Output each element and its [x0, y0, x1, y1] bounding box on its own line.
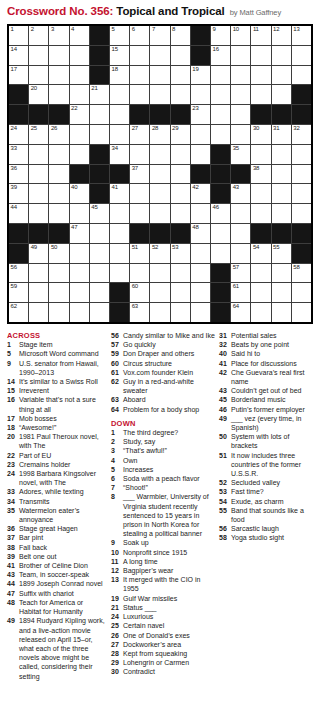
- white-cell[interactable]: [70, 85, 89, 104]
- black-cell: [272, 105, 291, 124]
- white-cell[interactable]: [231, 85, 250, 104]
- clue-number: 43: [219, 386, 231, 395]
- white-cell[interactable]: [251, 66, 270, 85]
- white-cell[interactable]: [49, 204, 68, 223]
- clue-item-down-26: 26One of Donald’s exes: [111, 631, 215, 640]
- white-cell[interactable]: [110, 125, 129, 144]
- white-cell[interactable]: 19: [191, 66, 210, 85]
- white-cell[interactable]: [171, 46, 190, 65]
- white-cell[interactable]: [231, 224, 250, 243]
- cell-number: 23: [192, 105, 198, 112]
- clue-text: The third degree?: [123, 428, 215, 437]
- white-cell[interactable]: [49, 264, 68, 283]
- white-cell[interactable]: [211, 66, 230, 85]
- white-cell[interactable]: [171, 165, 190, 184]
- clue-text: Irreverent: [19, 386, 107, 395]
- clue-number: 59: [111, 349, 123, 358]
- clue-text: Couldn’t get out of bed: [231, 386, 313, 395]
- cell-number: 5: [112, 26, 115, 33]
- white-cell[interactable]: 63: [130, 303, 149, 322]
- white-cell[interactable]: [150, 46, 169, 65]
- clue-item-down-54: 54Exude, as charm: [219, 497, 313, 506]
- clue-item-across-14: 14It’s similar to a Swiss Roll: [7, 377, 107, 386]
- white-cell[interactable]: 61: [231, 283, 250, 302]
- white-cell[interactable]: 39: [9, 184, 28, 203]
- clue-item-down-51: 51It now includes three countries of the…: [219, 451, 313, 479]
- clue-item-down-28: 28Kept from squeaking: [111, 649, 215, 658]
- clue-text: Status ___: [123, 603, 215, 612]
- white-cell[interactable]: [70, 303, 89, 322]
- white-cell[interactable]: [90, 264, 109, 283]
- white-cell[interactable]: 5: [110, 26, 129, 45]
- cell-number: 9: [213, 26, 216, 33]
- white-cell[interactable]: 37: [130, 165, 149, 184]
- clue-number: 57: [111, 340, 123, 349]
- clue-item-down-11: 11A long time: [111, 557, 215, 566]
- white-cell[interactable]: [70, 66, 89, 85]
- white-cell[interactable]: 40: [70, 184, 89, 203]
- cell-number: 28: [152, 125, 158, 132]
- clue-text: Che Guevara’s real first name: [231, 368, 313, 386]
- cell-number: 34: [112, 145, 118, 152]
- white-cell[interactable]: 46: [211, 204, 230, 223]
- white-cell[interactable]: [49, 165, 68, 184]
- white-cell[interactable]: [251, 184, 270, 203]
- white-cell[interactable]: 11: [251, 26, 270, 45]
- white-cell[interactable]: [70, 244, 89, 263]
- white-cell[interactable]: [191, 145, 210, 164]
- clue-number: 19: [111, 594, 123, 603]
- white-cell[interactable]: [272, 204, 291, 223]
- white-cell[interactable]: [90, 244, 109, 263]
- clue-text: It’s similar to a Swiss Roll: [19, 377, 107, 386]
- white-cell[interactable]: [29, 264, 48, 283]
- white-cell[interactable]: [29, 303, 48, 322]
- white-cell[interactable]: [130, 184, 149, 203]
- clue-item-down-6: 6Soda with a peach flavor: [111, 474, 215, 483]
- clue-item-down-2: 2Study, say: [111, 437, 215, 446]
- black-cell: [150, 105, 169, 124]
- white-cell[interactable]: 15: [110, 46, 129, 65]
- crossword-page: Crossword No. 356: Topical and Tropical …: [0, 0, 320, 681]
- white-cell[interactable]: 8: [171, 26, 190, 45]
- white-cell[interactable]: [49, 283, 68, 302]
- white-cell[interactable]: [150, 204, 169, 223]
- white-cell[interactable]: [191, 125, 210, 144]
- clue-item-across-33: 33Adores, while texting: [7, 487, 107, 496]
- white-cell[interactable]: 9: [211, 26, 230, 45]
- white-cell[interactable]: [150, 85, 169, 104]
- white-cell[interactable]: [292, 303, 311, 322]
- white-cell[interactable]: [130, 145, 149, 164]
- white-cell[interactable]: [171, 303, 190, 322]
- cell-number: 37: [132, 165, 138, 172]
- white-cell[interactable]: 30: [251, 125, 270, 144]
- cell-number: 8: [172, 26, 175, 33]
- black-cell: [211, 283, 230, 302]
- white-cell[interactable]: [130, 66, 149, 85]
- white-cell[interactable]: 48: [191, 224, 210, 243]
- white-cell[interactable]: [272, 85, 291, 104]
- black-cell: [110, 165, 129, 184]
- cell-number: 53: [172, 244, 178, 251]
- clue-text: Part of EU: [19, 451, 107, 460]
- white-cell[interactable]: [292, 283, 311, 302]
- clue-number: 36: [7, 524, 19, 533]
- clue-number: 7: [111, 483, 123, 492]
- white-cell[interactable]: 32: [292, 125, 311, 144]
- cell-number: 4: [71, 26, 74, 33]
- white-cell[interactable]: [49, 66, 68, 85]
- clue-item-across-22: 22Part of EU: [7, 451, 107, 460]
- white-cell[interactable]: [251, 264, 270, 283]
- white-cell[interactable]: [211, 85, 230, 104]
- clue-item-down-12: 12Bagpiper’s wear: [111, 566, 215, 575]
- white-cell[interactable]: [171, 204, 190, 223]
- clue-number: 64: [111, 405, 123, 414]
- white-cell[interactable]: [272, 303, 291, 322]
- clue-number: 43: [7, 570, 19, 579]
- clue-item-across-1: 1Stage item: [7, 340, 107, 349]
- white-cell[interactable]: [70, 46, 89, 65]
- white-cell[interactable]: 43: [231, 184, 250, 203]
- clue-text: Transmits: [19, 497, 107, 506]
- white-cell[interactable]: [150, 165, 169, 184]
- clue-number: 37: [7, 533, 19, 542]
- white-cell[interactable]: 2: [29, 26, 48, 45]
- white-cell[interactable]: [29, 184, 48, 203]
- clue-text: Secluded valley: [231, 478, 313, 487]
- cell-number: 11: [253, 26, 259, 33]
- white-cell[interactable]: 13: [292, 26, 311, 45]
- white-cell[interactable]: 49: [29, 244, 48, 263]
- white-cell[interactable]: 28: [150, 125, 169, 144]
- cell-number: 52: [152, 244, 158, 251]
- white-cell[interactable]: [49, 184, 68, 203]
- clue-number: 34: [7, 497, 19, 506]
- white-cell[interactable]: [49, 145, 68, 164]
- clue-item-down-21: 21Status ___: [111, 603, 215, 612]
- clue-number: 8: [111, 492, 123, 538]
- clue-number: 48: [7, 598, 19, 616]
- white-cell[interactable]: [251, 46, 270, 65]
- cell-number: 38: [253, 165, 259, 172]
- clue-item-across-60: 60Circus structure: [111, 359, 215, 368]
- white-cell[interactable]: [191, 85, 210, 104]
- white-cell[interactable]: [150, 184, 169, 203]
- clue-item-across-34: 34Transmits: [7, 497, 107, 506]
- black-cell: [191, 165, 210, 184]
- clue-number: 31: [219, 331, 231, 340]
- white-cell[interactable]: [171, 184, 190, 203]
- white-cell[interactable]: [29, 283, 48, 302]
- byline: by Matt Gaffney: [230, 8, 281, 17]
- white-cell[interactable]: [70, 204, 89, 223]
- white-cell[interactable]: [272, 46, 291, 65]
- clue-number: 25: [111, 621, 123, 630]
- white-cell[interactable]: [70, 145, 89, 164]
- clue-item-across-57: 57Go quickly: [111, 340, 215, 349]
- white-cell[interactable]: 16: [211, 46, 230, 65]
- clue-item-across-48: 48Teach for America or Habitat for Human…: [7, 598, 107, 616]
- white-cell[interactable]: [130, 204, 149, 223]
- white-cell[interactable]: 1: [9, 26, 28, 45]
- white-cell[interactable]: [292, 46, 311, 65]
- white-cell[interactable]: [29, 145, 48, 164]
- white-cell[interactable]: 27: [130, 125, 149, 144]
- clue-text: Said hi to: [231, 349, 313, 358]
- white-cell[interactable]: [231, 125, 250, 144]
- white-cell[interactable]: 7: [150, 26, 169, 45]
- white-cell[interactable]: [292, 204, 311, 223]
- white-cell[interactable]: [171, 66, 190, 85]
- white-cell[interactable]: [272, 145, 291, 164]
- white-cell[interactable]: 64: [231, 303, 250, 322]
- white-cell[interactable]: [49, 85, 68, 104]
- white-cell[interactable]: [150, 283, 169, 302]
- white-cell[interactable]: [211, 244, 230, 263]
- white-cell[interactable]: [70, 125, 89, 144]
- white-cell[interactable]: [211, 224, 230, 243]
- white-cell[interactable]: 29: [171, 125, 190, 144]
- white-cell[interactable]: 59: [9, 283, 28, 302]
- white-cell[interactable]: [29, 46, 48, 65]
- white-cell[interactable]: [272, 283, 291, 302]
- white-cell[interactable]: [292, 165, 311, 184]
- white-cell[interactable]: [49, 46, 68, 65]
- white-cell[interactable]: 18: [110, 66, 129, 85]
- white-cell[interactable]: [272, 264, 291, 283]
- white-cell[interactable]: 42: [191, 184, 210, 203]
- white-cell[interactable]: 4: [70, 26, 89, 45]
- white-cell[interactable]: [171, 283, 190, 302]
- cell-number: 32: [293, 125, 299, 132]
- white-cell[interactable]: 14: [9, 46, 28, 65]
- clue-number: 44: [7, 579, 19, 588]
- clue-text: Putin’s former employer: [231, 405, 313, 414]
- white-cell[interactable]: [251, 283, 270, 302]
- cell-number: 40: [71, 184, 77, 191]
- black-cell: [29, 224, 48, 243]
- white-cell[interactable]: 24: [9, 125, 28, 144]
- white-cell[interactable]: [191, 204, 210, 223]
- white-cell[interactable]: 47: [70, 224, 89, 243]
- white-cell[interactable]: 21: [90, 85, 109, 104]
- white-cell[interactable]: [150, 264, 169, 283]
- clue-text: Don Draper and others: [123, 349, 215, 358]
- cell-number: 13: [293, 26, 299, 33]
- white-cell[interactable]: 20: [29, 85, 48, 104]
- white-cell[interactable]: [191, 264, 210, 283]
- cell-number: 44: [11, 204, 17, 211]
- white-cell[interactable]: [272, 165, 291, 184]
- clue-number: 9: [111, 538, 123, 547]
- cell-number: 61: [233, 283, 239, 290]
- white-cell[interactable]: [90, 224, 109, 243]
- white-cell[interactable]: [110, 244, 129, 263]
- white-cell[interactable]: 55: [272, 244, 291, 263]
- white-cell[interactable]: 53: [171, 244, 190, 263]
- white-cell[interactable]: [171, 264, 190, 283]
- white-cell[interactable]: [110, 85, 129, 104]
- clue-number: 50: [219, 432, 231, 450]
- white-cell[interactable]: [231, 244, 250, 263]
- white-cell[interactable]: [90, 303, 109, 322]
- white-cell[interactable]: [29, 66, 48, 85]
- white-cell[interactable]: [191, 244, 210, 263]
- white-cell[interactable]: 60: [130, 283, 149, 302]
- white-cell[interactable]: [292, 145, 311, 164]
- clue-item-across-44: 441899 Joseph Conrad novel: [7, 579, 107, 588]
- clue-text: Cremains holder: [19, 460, 107, 469]
- white-cell[interactable]: 57: [231, 264, 250, 283]
- white-cell[interactable]: [70, 283, 89, 302]
- white-cell[interactable]: 41: [110, 184, 129, 203]
- white-cell[interactable]: 62: [9, 303, 28, 322]
- clue-number: 35: [7, 506, 19, 524]
- clue-text: Potential sales: [231, 331, 313, 340]
- white-cell[interactable]: [191, 283, 210, 302]
- clue-text: Aboard: [123, 395, 215, 404]
- clue-item-down-25: 25Certain navel: [111, 621, 215, 630]
- white-cell[interactable]: [231, 66, 250, 85]
- white-cell[interactable]: [110, 224, 129, 243]
- clue-number: 40: [219, 349, 231, 358]
- white-cell[interactable]: [272, 66, 291, 85]
- white-cell[interactable]: [130, 46, 149, 65]
- white-cell[interactable]: [150, 303, 169, 322]
- white-cell[interactable]: 17: [9, 66, 28, 85]
- white-cell[interactable]: [49, 303, 68, 322]
- clue-number: 9: [7, 359, 19, 377]
- white-cell[interactable]: 10: [231, 26, 250, 45]
- clue-number: 28: [111, 649, 123, 658]
- black-cell: [211, 303, 230, 322]
- white-cell[interactable]: 23: [191, 105, 210, 124]
- white-cell[interactable]: [251, 145, 270, 164]
- white-cell[interactable]: 3: [49, 26, 68, 45]
- white-cell[interactable]: [29, 204, 48, 223]
- clue-text: Suffix with chariot: [19, 589, 107, 598]
- cell-number: 3: [51, 26, 54, 33]
- white-cell[interactable]: [90, 125, 109, 144]
- clue-item-across-39: 39Belt one out: [7, 552, 107, 561]
- white-cell[interactable]: [211, 105, 230, 124]
- white-cell[interactable]: [70, 264, 89, 283]
- black-cell: [211, 165, 230, 184]
- white-cell[interactable]: [231, 46, 250, 65]
- white-cell[interactable]: [211, 125, 230, 144]
- cell-number: 22: [71, 105, 77, 112]
- black-cell: [9, 224, 28, 243]
- white-cell[interactable]: [272, 184, 291, 203]
- clue-number: 49: [219, 414, 231, 432]
- white-cell[interactable]: 22: [70, 105, 89, 124]
- clue-text: Place for discussions: [231, 359, 313, 368]
- clue-text: Luxurious: [123, 612, 215, 621]
- clue-item-across-35: 35Watermelon eater’s annoyance: [7, 506, 107, 524]
- white-cell[interactable]: 25: [29, 125, 48, 144]
- clue-text: Beats by one point: [231, 340, 313, 349]
- white-cell[interactable]: [130, 85, 149, 104]
- clue-item-down-42: 42Che Guevara’s real first name: [219, 368, 313, 386]
- white-cell[interactable]: 12: [272, 26, 291, 45]
- white-cell[interactable]: 38: [251, 165, 270, 184]
- white-cell[interactable]: 26: [49, 125, 68, 144]
- white-cell[interactable]: 31: [272, 125, 291, 144]
- cell-number: 25: [31, 125, 37, 132]
- black-cell: [292, 244, 311, 263]
- white-cell[interactable]: 45: [90, 204, 109, 223]
- clue-number: 30: [111, 667, 123, 676]
- clue-number: 22: [7, 451, 19, 460]
- clue-text: 1894 Rudyard Kipling work, and a live-ac…: [19, 616, 107, 680]
- white-cell[interactable]: 56: [9, 264, 28, 283]
- cell-number: 12: [273, 26, 279, 33]
- white-cell[interactable]: [150, 145, 169, 164]
- clue-text: Borderland music: [231, 395, 313, 404]
- clue-item-down-4: 4Own: [111, 456, 215, 465]
- clue-number: 16: [7, 395, 19, 413]
- clue-number: 26: [111, 631, 123, 640]
- clue-item-across-56: 56Candy similar to Mike and Ike: [111, 331, 215, 340]
- white-cell[interactable]: 34: [110, 145, 129, 164]
- white-cell[interactable]: 33: [9, 145, 28, 164]
- white-cell[interactable]: 6: [130, 26, 149, 45]
- white-cell[interactable]: [29, 165, 48, 184]
- clue-text: Increases: [123, 465, 215, 474]
- white-cell[interactable]: [171, 85, 190, 104]
- clue-column-3: 31Potential sales32Beats by one point40S…: [219, 331, 313, 543]
- clue-number: 1: [111, 428, 123, 437]
- clue-text: It now includes three countries of the f…: [231, 451, 313, 479]
- white-cell[interactable]: [251, 85, 270, 104]
- white-cell[interactable]: [90, 105, 109, 124]
- cell-number: 58: [293, 264, 299, 271]
- clue-item-down-46: 46Putin’s former employer: [219, 405, 313, 414]
- white-cell[interactable]: [191, 303, 210, 322]
- clue-number: 21: [111, 603, 123, 612]
- white-cell[interactable]: [251, 204, 270, 223]
- white-cell[interactable]: 58: [292, 264, 311, 283]
- black-cell: [211, 264, 230, 283]
- clue-item-down-45: 45Borderland music: [219, 395, 313, 404]
- white-cell[interactable]: [171, 145, 190, 164]
- white-cell[interactable]: 50: [49, 244, 68, 263]
- white-cell[interactable]: [292, 66, 311, 85]
- white-cell[interactable]: [231, 105, 250, 124]
- white-cell[interactable]: 54: [251, 244, 270, 263]
- white-cell[interactable]: 52: [150, 244, 169, 263]
- white-cell[interactable]: [150, 66, 169, 85]
- clue-text: Stage item: [19, 340, 107, 349]
- white-cell[interactable]: 36: [9, 165, 28, 184]
- white-cell[interactable]: [110, 264, 129, 283]
- white-cell[interactable]: [90, 283, 109, 302]
- white-cell[interactable]: 44: [9, 204, 28, 223]
- white-cell[interactable]: [110, 204, 129, 223]
- white-cell[interactable]: [110, 105, 129, 124]
- clue-text: Candy similar to Mike and Ike: [123, 331, 215, 340]
- white-cell[interactable]: [231, 204, 250, 223]
- white-cell[interactable]: [130, 264, 149, 283]
- white-cell[interactable]: [251, 303, 270, 322]
- clue-item-across-49: 491894 Rudyard Kipling work, and a live-…: [7, 616, 107, 680]
- cell-number: 57: [233, 264, 239, 271]
- white-cell[interactable]: 51: [130, 244, 149, 263]
- white-cell[interactable]: 35: [231, 145, 250, 164]
- white-cell[interactable]: [292, 184, 311, 203]
